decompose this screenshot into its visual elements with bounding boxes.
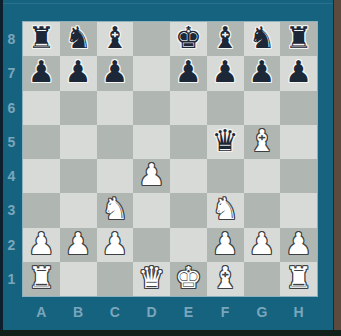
square-a3[interactable] bbox=[23, 193, 60, 227]
square-a7[interactable]: ♟ bbox=[23, 56, 60, 90]
square-f8[interactable]: ♝ bbox=[207, 22, 244, 56]
square-d1[interactable]: ♛ bbox=[133, 262, 170, 296]
piece-white-bishop-f1[interactable]: ♝ bbox=[212, 263, 239, 293]
piece-white-pawn-a2[interactable]: ♟ bbox=[28, 229, 55, 259]
square-b3[interactable] bbox=[60, 193, 97, 227]
square-a6[interactable] bbox=[23, 91, 60, 125]
square-f3[interactable]: ♞ bbox=[207, 193, 244, 227]
piece-black-pawn-g7[interactable]: ♟ bbox=[248, 57, 275, 87]
square-h7[interactable]: ♟ bbox=[280, 56, 317, 90]
square-b6[interactable] bbox=[60, 91, 97, 125]
piece-black-pawn-c7[interactable]: ♟ bbox=[101, 57, 128, 87]
square-g5[interactable]: ♝ bbox=[244, 125, 281, 159]
piece-white-rook-h1[interactable]: ♜ bbox=[285, 263, 312, 293]
square-a1[interactable]: ♜ bbox=[23, 262, 60, 296]
file-label-g: G bbox=[244, 296, 281, 328]
piece-black-pawn-e7[interactable]: ♟ bbox=[175, 57, 202, 87]
square-c4[interactable] bbox=[97, 159, 134, 193]
square-d4[interactable]: ♟ bbox=[133, 159, 170, 193]
square-f7[interactable]: ♟ bbox=[207, 56, 244, 90]
file-label-h: H bbox=[280, 296, 317, 328]
square-d8[interactable] bbox=[133, 22, 170, 56]
piece-white-pawn-d4[interactable]: ♟ bbox=[138, 160, 165, 190]
square-b4[interactable] bbox=[60, 159, 97, 193]
rank-label-8: 8 bbox=[0, 22, 23, 56]
square-h8[interactable]: ♜ bbox=[280, 22, 317, 56]
square-c7[interactable]: ♟ bbox=[97, 56, 134, 90]
piece-white-pawn-g2[interactable]: ♟ bbox=[248, 229, 275, 259]
piece-black-bishop-f8[interactable]: ♝ bbox=[212, 23, 239, 53]
piece-white-rook-a1[interactable]: ♜ bbox=[28, 263, 55, 293]
square-e5[interactable] bbox=[170, 125, 207, 159]
rank-label-1: 1 bbox=[0, 262, 23, 296]
piece-white-bishop-g5[interactable]: ♝ bbox=[248, 126, 275, 156]
square-a5[interactable] bbox=[23, 125, 60, 159]
piece-black-knight-b8[interactable]: ♞ bbox=[65, 23, 92, 53]
square-d7[interactable] bbox=[133, 56, 170, 90]
square-h2[interactable]: ♟ bbox=[280, 228, 317, 262]
square-d5[interactable] bbox=[133, 125, 170, 159]
square-g7[interactable]: ♟ bbox=[244, 56, 281, 90]
square-e4[interactable] bbox=[170, 159, 207, 193]
square-c2[interactable]: ♟ bbox=[97, 228, 134, 262]
square-g6[interactable] bbox=[244, 91, 281, 125]
piece-black-queen-f5[interactable]: ♛ bbox=[212, 126, 239, 156]
square-a2[interactable]: ♟ bbox=[23, 228, 60, 262]
square-e1[interactable]: ♚ bbox=[170, 262, 207, 296]
rank-label-7: 7 bbox=[0, 56, 23, 90]
square-h3[interactable] bbox=[280, 193, 317, 227]
square-f6[interactable] bbox=[207, 91, 244, 125]
piece-black-rook-h8[interactable]: ♜ bbox=[285, 23, 312, 53]
piece-white-pawn-h2[interactable]: ♟ bbox=[285, 229, 312, 259]
window-top-seam bbox=[0, 3, 333, 4]
square-f5[interactable]: ♛ bbox=[207, 125, 244, 159]
square-e7[interactable]: ♟ bbox=[170, 56, 207, 90]
rank-labels: 87654321 bbox=[0, 22, 23, 296]
square-c1[interactable] bbox=[97, 262, 134, 296]
piece-black-knight-g8[interactable]: ♞ bbox=[248, 23, 275, 53]
window-edge-left bbox=[0, 0, 3, 330]
piece-white-pawn-b2[interactable]: ♟ bbox=[65, 229, 92, 259]
piece-white-knight-f3[interactable]: ♞ bbox=[212, 194, 239, 224]
piece-black-king-e8[interactable]: ♚ bbox=[175, 23, 202, 53]
file-label-b: B bbox=[60, 296, 97, 328]
file-labels: ABCDEFGH bbox=[23, 296, 317, 328]
rank-label-4: 4 bbox=[0, 159, 23, 193]
square-e8[interactable]: ♚ bbox=[170, 22, 207, 56]
square-b1[interactable] bbox=[60, 262, 97, 296]
square-g8[interactable]: ♞ bbox=[244, 22, 281, 56]
piece-white-knight-c3[interactable]: ♞ bbox=[101, 194, 128, 224]
square-f1[interactable]: ♝ bbox=[207, 262, 244, 296]
square-b5[interactable] bbox=[60, 125, 97, 159]
square-a4[interactable] bbox=[23, 159, 60, 193]
piece-black-pawn-h7[interactable]: ♟ bbox=[285, 57, 312, 87]
square-h5[interactable] bbox=[280, 125, 317, 159]
rank-label-6: 6 bbox=[0, 91, 23, 125]
square-g4[interactable] bbox=[244, 159, 281, 193]
square-c3[interactable]: ♞ bbox=[97, 193, 134, 227]
window-edge-bottom bbox=[0, 330, 341, 336]
rank-label-3: 3 bbox=[0, 193, 23, 227]
file-label-d: D bbox=[133, 296, 170, 328]
window-edge-right bbox=[333, 0, 341, 336]
square-h1[interactable]: ♜ bbox=[280, 262, 317, 296]
chess-board: ♜♞♝♚♝♞♜♟♟♟♟♟♟♟♛♝♟♞♞♟♟♟♟♟♟♜♛♚♝♜ bbox=[23, 22, 317, 296]
chess-app-window: ♜♞♝♚♝♞♜♟♟♟♟♟♟♟♛♝♟♞♞♟♟♟♟♟♟♜♛♚♝♜ 87654321 … bbox=[0, 0, 341, 336]
square-f4[interactable] bbox=[207, 159, 244, 193]
piece-black-pawn-a7[interactable]: ♟ bbox=[28, 57, 55, 87]
file-label-f: F bbox=[207, 296, 244, 328]
square-c6[interactable] bbox=[97, 91, 134, 125]
square-d2[interactable] bbox=[133, 228, 170, 262]
piece-white-queen-d1[interactable]: ♛ bbox=[138, 263, 165, 293]
square-b7[interactable]: ♟ bbox=[60, 56, 97, 90]
file-label-c: C bbox=[97, 296, 134, 328]
square-g3[interactable] bbox=[244, 193, 281, 227]
square-e3[interactable] bbox=[170, 193, 207, 227]
square-c8[interactable]: ♝ bbox=[97, 22, 134, 56]
square-g2[interactable]: ♟ bbox=[244, 228, 281, 262]
file-label-e: E bbox=[170, 296, 207, 328]
square-b2[interactable]: ♟ bbox=[60, 228, 97, 262]
piece-black-rook-a8[interactable]: ♜ bbox=[28, 23, 55, 53]
square-f2[interactable]: ♟ bbox=[207, 228, 244, 262]
piece-white-pawn-f2[interactable]: ♟ bbox=[212, 229, 239, 259]
square-e2[interactable] bbox=[170, 228, 207, 262]
rank-label-5: 5 bbox=[0, 125, 23, 159]
file-label-a: A bbox=[23, 296, 60, 328]
square-g1[interactable] bbox=[244, 262, 281, 296]
square-c5[interactable] bbox=[97, 125, 134, 159]
piece-black-pawn-b7[interactable]: ♟ bbox=[65, 57, 92, 87]
rank-label-2: 2 bbox=[0, 228, 23, 262]
square-a8[interactable]: ♜ bbox=[23, 22, 60, 56]
square-b8[interactable]: ♞ bbox=[60, 22, 97, 56]
piece-white-king-e1[interactable]: ♚ bbox=[175, 263, 202, 293]
square-e6[interactable] bbox=[170, 91, 207, 125]
square-h4[interactable] bbox=[280, 159, 317, 193]
piece-white-pawn-c2[interactable]: ♟ bbox=[101, 229, 128, 259]
square-d6[interactable] bbox=[133, 91, 170, 125]
piece-black-pawn-f7[interactable]: ♟ bbox=[212, 57, 239, 87]
square-h6[interactable] bbox=[280, 91, 317, 125]
square-d3[interactable] bbox=[133, 193, 170, 227]
piece-black-bishop-c8[interactable]: ♝ bbox=[101, 23, 128, 53]
